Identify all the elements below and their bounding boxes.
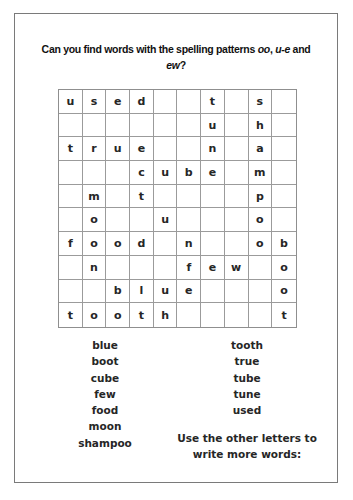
grid-cell-r5c7[interactable] xyxy=(201,185,225,209)
word-list-item-shampoo: shampoo xyxy=(55,435,155,451)
grid-cell-r3c2[interactable]: r xyxy=(83,137,107,161)
grid-cell-r7c6[interactable]: n xyxy=(177,232,201,256)
title-text: and xyxy=(290,43,310,55)
worksheet-title: Can you find words with the spelling pat… xyxy=(14,42,338,73)
grid-cell-r6c9[interactable]: o xyxy=(249,208,273,232)
word-list-item-cube: cube xyxy=(55,370,155,386)
grid-cell-r3c7[interactable]: n xyxy=(201,137,225,161)
instruction-note: Use the other letters to write more word… xyxy=(172,431,322,462)
title-pattern-italic: oo xyxy=(258,43,270,55)
grid-cell-r4c10[interactable] xyxy=(272,161,296,185)
grid-cell-r8c8[interactable]: w xyxy=(225,256,249,280)
grid-cell-r1c4[interactable]: d xyxy=(130,90,154,114)
grid-cell-r7c1[interactable]: f xyxy=(59,232,83,256)
grid-cell-r4c7[interactable]: e xyxy=(201,161,225,185)
grid-cell-r8c10[interactable]: o xyxy=(272,256,296,280)
grid-cell-r8c7[interactable]: e xyxy=(201,256,225,280)
grid-cell-r5c4[interactable]: t xyxy=(130,185,154,209)
grid-cell-r5c6[interactable] xyxy=(177,185,201,209)
grid-cell-r6c10[interactable] xyxy=(272,208,296,232)
grid-cell-r6c6[interactable] xyxy=(177,208,201,232)
grid-cell-r7c5[interactable] xyxy=(154,232,178,256)
grid-cell-r4c8[interactable] xyxy=(225,161,249,185)
grid-cell-r9c8[interactable] xyxy=(225,280,249,304)
grid-cell-r4c9[interactable]: m xyxy=(249,161,273,185)
grid-cell-r10c5[interactable]: h xyxy=(154,303,178,327)
grid-cell-r6c1[interactable] xyxy=(59,208,83,232)
word-list-right: toothtruetubetuneused xyxy=(197,337,297,418)
word-list-item-boot: boot xyxy=(55,353,155,369)
grid-cell-r10c4[interactable]: t xyxy=(130,303,154,327)
grid-cell-r10c3[interactable]: o xyxy=(106,303,130,327)
grid-cell-r9c1[interactable] xyxy=(59,280,83,304)
grid-cell-r2c5[interactable] xyxy=(154,114,178,138)
word-list-item-food: food xyxy=(55,402,155,418)
grid-cell-r1c5[interactable] xyxy=(154,90,178,114)
grid-cell-r8c1[interactable] xyxy=(59,256,83,280)
grid-cell-r5c2[interactable]: m xyxy=(83,185,107,209)
title-pattern-italic: u-e xyxy=(275,43,290,55)
title-pattern-italic: ew xyxy=(166,59,179,71)
grid-cell-r8c4[interactable] xyxy=(130,256,154,280)
grid-cell-r4c4[interactable]: c xyxy=(130,161,154,185)
grid-cell-r1c1[interactable]: u xyxy=(59,90,83,114)
grid-cell-r1c6[interactable] xyxy=(177,90,201,114)
grid-cell-r7c4[interactable]: d xyxy=(130,232,154,256)
grid-cell-r1c7[interactable]: t xyxy=(201,90,225,114)
grid-cell-r6c3[interactable] xyxy=(106,208,130,232)
grid-cell-r7c9[interactable]: o xyxy=(249,232,273,256)
grid-cell-r10c6[interactable] xyxy=(177,303,201,327)
grid-cell-r7c7[interactable] xyxy=(201,232,225,256)
grid-cell-r1c10[interactable] xyxy=(272,90,296,114)
grid-cell-r8c9[interactable] xyxy=(249,256,273,280)
grid-cell-r2c4[interactable] xyxy=(130,114,154,138)
title-text: Can you find words with the spelling pat… xyxy=(42,43,258,55)
grid-cell-r8c6[interactable]: f xyxy=(177,256,201,280)
grid-cell-r10c2[interactable]: o xyxy=(83,303,107,327)
grid-cell-r3c6[interactable] xyxy=(177,137,201,161)
grid-cell-r9c3[interactable]: b xyxy=(106,280,130,304)
grid-cell-r4c5[interactable]: u xyxy=(154,161,178,185)
grid-cell-r4c1[interactable] xyxy=(59,161,83,185)
grid-cell-r8c2[interactable]: n xyxy=(83,256,107,280)
instruction-line-1: Use the other letters to xyxy=(172,431,322,447)
grid-cell-r4c2[interactable] xyxy=(83,161,107,185)
grid-cell-r1c9[interactable]: s xyxy=(249,90,273,114)
grid-cell-r9c6[interactable]: e xyxy=(177,280,201,304)
grid-cell-r3c4[interactable]: e xyxy=(130,137,154,161)
grid-cell-r3c8[interactable] xyxy=(225,137,249,161)
grid-cell-r7c2[interactable]: o xyxy=(83,232,107,256)
grid-cell-r4c3[interactable] xyxy=(106,161,130,185)
word-list-item-tooth: tooth xyxy=(197,337,297,353)
grid-cell-r6c5[interactable]: u xyxy=(154,208,178,232)
grid-cell-r6c4[interactable] xyxy=(130,208,154,232)
title-line-2: ew? xyxy=(14,58,338,74)
grid-cell-r1c2[interactable]: s xyxy=(83,90,107,114)
grid-cell-r2c1[interactable] xyxy=(59,114,83,138)
grid-cell-r10c7[interactable] xyxy=(201,303,225,327)
grid-cell-r6c8[interactable] xyxy=(225,208,249,232)
grid-cell-r10c1[interactable]: t xyxy=(59,303,83,327)
grid-cell-r9c5[interactable]: u xyxy=(154,280,178,304)
grid-cell-r6c7[interactable] xyxy=(201,208,225,232)
grid-cell-r10c8[interactable] xyxy=(225,303,249,327)
word-list-item-few: few xyxy=(55,386,155,402)
grid-cell-r9c10[interactable]: o xyxy=(272,280,296,304)
grid-cell-r2c9[interactable]: h xyxy=(249,114,273,138)
grid-cell-r1c8[interactable] xyxy=(225,90,249,114)
grid-cell-r7c10[interactable]: b xyxy=(272,232,296,256)
word-list-item-tune: tune xyxy=(197,386,297,402)
grid-cell-r3c10[interactable] xyxy=(272,137,296,161)
grid-cell-r3c1[interactable]: t xyxy=(59,137,83,161)
grid-cell-r5c1[interactable] xyxy=(59,185,83,209)
grid-cell-r1c3[interactable]: e xyxy=(106,90,130,114)
grid-cell-r5c9[interactable]: p xyxy=(249,185,273,209)
grid-cell-r7c8[interactable] xyxy=(225,232,249,256)
title-text: ? xyxy=(180,59,186,71)
grid-cell-r2c7[interactable]: u xyxy=(201,114,225,138)
word-list-item-tube: tube xyxy=(197,370,297,386)
grid-cell-r4c6[interactable]: b xyxy=(177,161,201,185)
grid-cell-r3c5[interactable] xyxy=(154,137,178,161)
grid-cell-r7c3[interactable]: o xyxy=(106,232,130,256)
grid-cell-r2c6[interactable] xyxy=(177,114,201,138)
grid-cell-r5c8[interactable] xyxy=(225,185,249,209)
word-list-item-blue: blue xyxy=(55,337,155,353)
grid-cell-r3c3[interactable]: u xyxy=(106,137,130,161)
word-search-grid: usedtsuhtruenacubemmtpouofoodnobnfewoblu… xyxy=(58,89,297,328)
grid-cell-r2c2[interactable] xyxy=(83,114,107,138)
grid-cell-r9c2[interactable] xyxy=(83,280,107,304)
grid-cell-r2c10[interactable] xyxy=(272,114,296,138)
grid-cell-r5c3[interactable] xyxy=(106,185,130,209)
grid-cell-r5c10[interactable] xyxy=(272,185,296,209)
grid-cell-r10c9[interactable] xyxy=(249,303,273,327)
word-list-left: bluebootcubefewfoodmoonshampoo xyxy=(55,337,155,451)
title-line-1: Can you find words with the spelling pat… xyxy=(14,42,338,58)
instruction-line-2: write more words: xyxy=(172,447,322,463)
grid-cell-r6c2[interactable]: o xyxy=(83,208,107,232)
grid-cell-r9c9[interactable] xyxy=(249,280,273,304)
grid-cell-r2c3[interactable] xyxy=(106,114,130,138)
grid-cell-r9c7[interactable] xyxy=(201,280,225,304)
grid-cell-r2c8[interactable] xyxy=(225,114,249,138)
grid-cell-r5c5[interactable] xyxy=(154,185,178,209)
grid-cell-r8c5[interactable] xyxy=(154,256,178,280)
grid-cell-r3c9[interactable]: a xyxy=(249,137,273,161)
word-list-item-moon: moon xyxy=(55,418,155,434)
grid-cell-r9c4[interactable]: l xyxy=(130,280,154,304)
grid-cell-r10c10[interactable]: t xyxy=(272,303,296,327)
grid-cell-r8c3[interactable] xyxy=(106,256,130,280)
word-list-item-used: used xyxy=(197,402,297,418)
word-list-item-true: true xyxy=(197,353,297,369)
